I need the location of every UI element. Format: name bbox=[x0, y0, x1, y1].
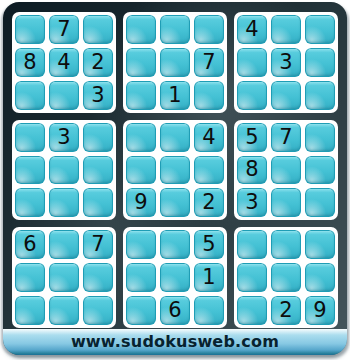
cell-r1c1[interactable] bbox=[15, 15, 45, 44]
cell-r4c5[interactable] bbox=[160, 123, 190, 152]
cell-r1c3[interactable] bbox=[83, 15, 113, 44]
cell-r1c2[interactable]: 7 bbox=[49, 15, 79, 44]
cell-r9c7[interactable] bbox=[237, 296, 267, 325]
cell-r7c6[interactable]: 5 bbox=[194, 230, 224, 259]
cell-r5c4[interactable] bbox=[126, 156, 156, 185]
cell-r1c8[interactable] bbox=[271, 15, 301, 44]
cell-r1c9[interactable] bbox=[305, 15, 335, 44]
cell-r3c2[interactable] bbox=[49, 81, 79, 110]
cell-r5c1[interactable] bbox=[15, 156, 45, 185]
website-link[interactable]: www.sudokusweb.com bbox=[71, 332, 279, 353]
box-9: 29 bbox=[234, 227, 338, 328]
box-7: 67 bbox=[12, 227, 116, 328]
cell-r3c8[interactable] bbox=[271, 81, 301, 110]
cell-r9c4[interactable] bbox=[126, 296, 156, 325]
cell-r7c2[interactable] bbox=[49, 230, 79, 259]
cell-r7c4[interactable] bbox=[126, 230, 156, 259]
box-2: 71 bbox=[123, 12, 227, 113]
box-4: 3 bbox=[12, 120, 116, 221]
cell-r8c8[interactable] bbox=[271, 263, 301, 292]
cell-r4c2[interactable]: 3 bbox=[49, 123, 79, 152]
cell-r3c6[interactable] bbox=[194, 81, 224, 110]
cell-r3c1[interactable] bbox=[15, 81, 45, 110]
cell-r9c6[interactable] bbox=[194, 296, 224, 325]
cell-r8c7[interactable] bbox=[237, 263, 267, 292]
cell-r4c9[interactable] bbox=[305, 123, 335, 152]
cell-r8c9[interactable] bbox=[305, 263, 335, 292]
cell-r6c7[interactable]: 3 bbox=[237, 188, 267, 217]
cell-r5c3[interactable] bbox=[83, 156, 113, 185]
cell-r1c7[interactable]: 4 bbox=[237, 15, 267, 44]
cell-r5c6[interactable] bbox=[194, 156, 224, 185]
cell-r6c8[interactable] bbox=[271, 188, 301, 217]
cell-r8c4[interactable] bbox=[126, 263, 156, 292]
sudoku-grid: 784237143349257836751629 bbox=[12, 12, 338, 328]
cell-r1c5[interactable] bbox=[160, 15, 190, 44]
cell-r7c5[interactable] bbox=[160, 230, 190, 259]
box-1: 78423 bbox=[12, 12, 116, 113]
cell-r6c5[interactable] bbox=[160, 188, 190, 217]
cell-r6c1[interactable] bbox=[15, 188, 45, 217]
cell-r6c3[interactable] bbox=[83, 188, 113, 217]
cell-r2c9[interactable] bbox=[305, 48, 335, 77]
cell-r9c5[interactable]: 6 bbox=[160, 296, 190, 325]
cell-r2c5[interactable] bbox=[160, 48, 190, 77]
cell-r4c6[interactable]: 4 bbox=[194, 123, 224, 152]
cell-r4c8[interactable]: 7 bbox=[271, 123, 301, 152]
cell-r8c1[interactable] bbox=[15, 263, 45, 292]
box-3: 43 bbox=[234, 12, 338, 113]
box-6: 5783 bbox=[234, 120, 338, 221]
cell-r9c1[interactable] bbox=[15, 296, 45, 325]
cell-r2c4[interactable] bbox=[126, 48, 156, 77]
cell-r1c6[interactable] bbox=[194, 15, 224, 44]
cell-r2c8[interactable]: 3 bbox=[271, 48, 301, 77]
cell-r7c9[interactable] bbox=[305, 230, 335, 259]
cell-r6c2[interactable] bbox=[49, 188, 79, 217]
cell-r8c5[interactable] bbox=[160, 263, 190, 292]
cell-r2c3[interactable]: 2 bbox=[83, 48, 113, 77]
cell-r3c7[interactable] bbox=[237, 81, 267, 110]
cell-r8c6[interactable]: 1 bbox=[194, 263, 224, 292]
cell-r5c5[interactable] bbox=[160, 156, 190, 185]
cell-r5c8[interactable] bbox=[271, 156, 301, 185]
cell-r3c5[interactable]: 1 bbox=[160, 81, 190, 110]
cell-r2c6[interactable]: 7 bbox=[194, 48, 224, 77]
cell-r6c6[interactable]: 2 bbox=[194, 188, 224, 217]
cell-r3c3[interactable]: 3 bbox=[83, 81, 113, 110]
sudoku-board: 784237143349257836751629 www.sudokusweb.… bbox=[3, 2, 347, 355]
cell-r5c7[interactable]: 8 bbox=[237, 156, 267, 185]
cell-r7c8[interactable] bbox=[271, 230, 301, 259]
cell-r9c2[interactable] bbox=[49, 296, 79, 325]
cell-r2c1[interactable]: 8 bbox=[15, 48, 45, 77]
cell-r5c9[interactable] bbox=[305, 156, 335, 185]
cell-r6c9[interactable] bbox=[305, 188, 335, 217]
cell-r9c3[interactable] bbox=[83, 296, 113, 325]
footer-bar: www.sudokusweb.com bbox=[3, 329, 347, 355]
cell-r8c2[interactable] bbox=[49, 263, 79, 292]
cell-r4c3[interactable] bbox=[83, 123, 113, 152]
cell-r4c4[interactable] bbox=[126, 123, 156, 152]
cell-r7c1[interactable]: 6 bbox=[15, 230, 45, 259]
cell-r2c2[interactable]: 4 bbox=[49, 48, 79, 77]
cell-r1c4[interactable] bbox=[126, 15, 156, 44]
cell-r5c2[interactable] bbox=[49, 156, 79, 185]
cell-r8c3[interactable] bbox=[83, 263, 113, 292]
cell-r4c1[interactable] bbox=[15, 123, 45, 152]
cell-r3c4[interactable] bbox=[126, 81, 156, 110]
cell-r7c7[interactable] bbox=[237, 230, 267, 259]
box-5: 492 bbox=[123, 120, 227, 221]
cell-r9c9[interactable]: 9 bbox=[305, 296, 335, 325]
cell-r6c4[interactable]: 9 bbox=[126, 188, 156, 217]
box-8: 516 bbox=[123, 227, 227, 328]
cell-r3c9[interactable] bbox=[305, 81, 335, 110]
cell-r4c7[interactable]: 5 bbox=[237, 123, 267, 152]
cell-r7c3[interactable]: 7 bbox=[83, 230, 113, 259]
cell-r9c8[interactable]: 2 bbox=[271, 296, 301, 325]
cell-r2c7[interactable] bbox=[237, 48, 267, 77]
